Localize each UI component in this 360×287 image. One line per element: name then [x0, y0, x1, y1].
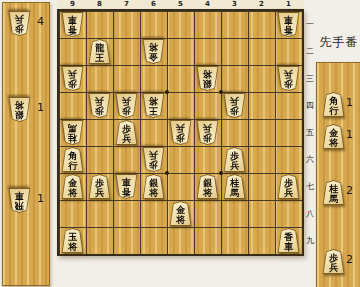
hand-count: 1	[37, 193, 44, 204]
file-label: 8	[86, 0, 113, 9]
rank-label: 八	[304, 200, 316, 227]
file-label: 9	[59, 0, 86, 9]
rank-label: 六	[304, 146, 316, 173]
hand-entry-silver[interactable]: 銀将1	[3, 97, 49, 125]
piece-gold-gote[interactable]: 金将	[142, 39, 165, 64]
rank-labels: 一二三四五六七八九	[304, 11, 316, 254]
hand-entry-bishop[interactable]: 角行1	[317, 92, 360, 120]
star-point	[165, 90, 169, 94]
piece-knight-sente[interactable]: 桂馬	[223, 174, 246, 199]
piece-knight-sente[interactable]: 桂馬	[322, 180, 345, 205]
piece-pawn-gote[interactable]: 歩兵	[8, 11, 31, 36]
hand-count: 2	[346, 185, 353, 196]
piece-silver-gote[interactable]: 銀将	[196, 66, 219, 91]
piece-pawn-gote[interactable]: 歩兵	[277, 66, 300, 91]
piece-king-gote[interactable]: 王将	[142, 93, 165, 118]
file-label: 5	[167, 0, 194, 9]
piece-pawn-sente[interactable]: 歩兵	[88, 174, 111, 199]
file-label: 1	[275, 0, 302, 9]
piece-bishop-sente[interactable]: 角行	[61, 147, 84, 172]
piece-pawn-sente[interactable]: 歩兵	[322, 249, 345, 274]
piece-silver-sente[interactable]: 銀将	[196, 174, 219, 199]
piece-gold-sente[interactable]: 金将	[61, 174, 84, 199]
piece-pawn-gote[interactable]: 歩兵	[169, 120, 192, 145]
piece-gold-sente[interactable]: 金将	[322, 124, 345, 149]
star-point	[219, 171, 223, 175]
piece-silver-sente[interactable]: 銀将	[142, 174, 165, 199]
hand-entry-pawn[interactable]: 歩兵2	[317, 249, 360, 277]
piece-lance-gote[interactable]: 香車	[61, 12, 84, 37]
hand-entry-gold[interactable]: 金将1	[317, 124, 360, 152]
board[interactable]: 香車香車龍王金将歩兵銀将歩兵歩兵歩兵王将歩兵桂馬歩兵歩兵歩兵角行歩兵歩兵金将歩兵…	[57, 9, 304, 256]
star-point	[219, 90, 223, 94]
rank-label: 二	[304, 38, 316, 65]
piece-gold-sente[interactable]: 金将	[169, 201, 192, 226]
rank-label: 一	[304, 11, 316, 38]
piece-pawn-gote[interactable]: 歩兵	[223, 93, 246, 118]
sente-captured-tray[interactable]: 角行1金将1桂馬2歩兵2	[316, 62, 360, 287]
piece-pawn-gote[interactable]: 歩兵	[196, 120, 219, 145]
piece-knight-gote[interactable]: 桂馬	[61, 120, 84, 145]
file-labels: 987654321	[57, 0, 304, 9]
rank-label: 七	[304, 173, 316, 200]
piece-pawn-sente[interactable]: 歩兵	[277, 174, 300, 199]
rank-label: 五	[304, 119, 316, 146]
piece-rook-gote[interactable]: 飛車	[8, 188, 31, 213]
piece-lance-gote[interactable]: 香車	[115, 174, 138, 199]
hand-count: 1	[346, 129, 353, 140]
piece-pawn-sente[interactable]: 歩兵	[115, 120, 138, 145]
piece-bishop-sente[interactable]: 角行	[322, 92, 345, 117]
hand-entry-pawn[interactable]: 歩兵4	[3, 11, 49, 39]
gote-captured-tray[interactable]: 歩兵4銀将1飛車1	[2, 2, 50, 286]
piece-lance-sente[interactable]: 香車	[277, 228, 300, 253]
hand-count: 2	[346, 254, 353, 265]
rank-label: 四	[304, 92, 316, 119]
star-point	[165, 171, 169, 175]
piece-lance-gote[interactable]: 香車	[277, 12, 300, 37]
piece-dragon-sente[interactable]: 龍王	[88, 39, 111, 64]
hand-count: 1	[37, 102, 44, 113]
file-label: 6	[140, 0, 167, 9]
rank-label: 三	[304, 65, 316, 92]
piece-pawn-gote[interactable]: 歩兵	[142, 147, 165, 172]
file-label: 2	[248, 0, 275, 9]
piece-pawn-gote[interactable]: 歩兵	[61, 66, 84, 91]
hand-entry-knight[interactable]: 桂馬2	[317, 180, 360, 208]
piece-pawn-gote[interactable]: 歩兵	[115, 93, 138, 118]
turn-indicator: 先手番	[318, 34, 360, 51]
piece-pawn-sente[interactable]: 歩兵	[223, 147, 246, 172]
piece-king-sente[interactable]: 玉将	[61, 228, 84, 253]
hand-count: 4	[37, 16, 44, 27]
hand-entry-rook[interactable]: 飛車1	[3, 188, 49, 216]
file-label: 4	[194, 0, 221, 9]
rank-label: 九	[304, 227, 316, 254]
file-label: 7	[113, 0, 140, 9]
file-label: 3	[221, 0, 248, 9]
piece-silver-gote[interactable]: 銀将	[8, 97, 31, 122]
piece-pawn-gote[interactable]: 歩兵	[88, 93, 111, 118]
hand-count: 1	[346, 97, 353, 108]
